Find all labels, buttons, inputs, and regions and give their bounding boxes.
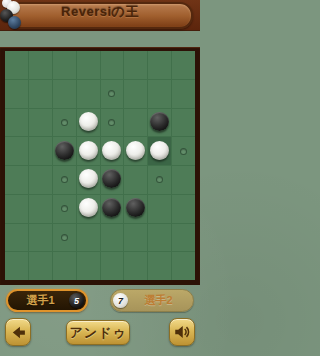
board-cell-a1[interactable]	[5, 51, 28, 79]
board-cell-a3[interactable]	[5, 109, 28, 137]
board-grid	[5, 51, 195, 280]
board-cell-d8[interactable]	[77, 252, 100, 280]
black-disc-c4	[55, 141, 74, 160]
black-disc-g3	[150, 112, 169, 131]
board-cell-a5[interactable]	[5, 166, 28, 194]
white-disc-d5	[79, 169, 98, 188]
board-cell-c6[interactable]	[53, 195, 76, 223]
player2-score-pill: 選手2 7	[110, 289, 194, 312]
black-disc-f6	[126, 198, 145, 217]
board-cell-h3[interactable]	[172, 109, 195, 137]
legal-move-hint-c6[interactable]	[61, 205, 68, 212]
board-cell-f3[interactable]	[124, 109, 147, 137]
board-cell-h4[interactable]	[172, 137, 195, 165]
board-cell-a2[interactable]	[5, 80, 28, 108]
header-bar: Reversiの王	[0, 0, 200, 31]
player1-black-disc-score: 5	[69, 293, 84, 308]
undo-button[interactable]: アンドゥ	[66, 320, 130, 345]
back-arrow-icon	[10, 324, 27, 341]
board-cell-g1[interactable]	[148, 51, 171, 79]
board-cell-e1[interactable]	[101, 51, 124, 79]
board-cell-c2[interactable]	[53, 80, 76, 108]
board-cell-h5[interactable]	[172, 166, 195, 194]
board-cell-d3[interactable]	[77, 109, 100, 137]
board-cell-e6[interactable]	[101, 195, 124, 223]
board-cell-f2[interactable]	[124, 80, 147, 108]
board-cell-e8[interactable]	[101, 252, 124, 280]
board-cell-b7[interactable]	[29, 224, 52, 252]
board-cell-h6[interactable]	[172, 195, 195, 223]
board-cell-c4[interactable]	[53, 137, 76, 165]
board-cell-c3[interactable]	[53, 109, 76, 137]
board-cell-g4[interactable]	[148, 137, 171, 165]
legal-move-hint-e2[interactable]	[108, 90, 115, 97]
board-cell-e2[interactable]	[101, 80, 124, 108]
board-cell-d4[interactable]	[77, 137, 100, 165]
legal-move-hint-h4[interactable]	[180, 148, 187, 155]
white-disc-d4	[79, 141, 98, 160]
board-cell-b8[interactable]	[29, 252, 52, 280]
board-cell-d5[interactable]	[77, 166, 100, 194]
board-cell-b1[interactable]	[29, 51, 52, 79]
board-cell-d7[interactable]	[77, 224, 100, 252]
board-cell-a4[interactable]	[5, 137, 28, 165]
back-button[interactable]	[5, 318, 31, 346]
board-cell-c1[interactable]	[53, 51, 76, 79]
board-cell-a6[interactable]	[5, 195, 28, 223]
white-disc-d6	[79, 198, 98, 217]
legal-move-hint-g5[interactable]	[156, 176, 163, 183]
board-cell-h7[interactable]	[172, 224, 195, 252]
board-cell-e3[interactable]	[101, 109, 124, 137]
board-cell-g5[interactable]	[148, 166, 171, 194]
player1-score-pill: 選手1 5	[6, 289, 88, 312]
board-cell-e4[interactable]	[101, 137, 124, 165]
board-cell-d1[interactable]	[77, 51, 100, 79]
board-cell-d2[interactable]	[77, 80, 100, 108]
white-disc-f4	[126, 141, 145, 160]
board-cell-b3[interactable]	[29, 109, 52, 137]
board-cell-g2[interactable]	[148, 80, 171, 108]
legal-move-hint-e3[interactable]	[108, 119, 115, 126]
board-cell-f6[interactable]	[124, 195, 147, 223]
board-cell-h2[interactable]	[172, 80, 195, 108]
board-cell-g6[interactable]	[148, 195, 171, 223]
board-cell-f4[interactable]	[124, 137, 147, 165]
board-cell-c7[interactable]	[53, 224, 76, 252]
legal-move-hint-c7[interactable]	[61, 234, 68, 241]
board-cell-a8[interactable]	[5, 252, 28, 280]
reversi-board	[0, 47, 200, 285]
board-cell-b2[interactable]	[29, 80, 52, 108]
white-disc-e4	[102, 141, 121, 160]
board-cell-c8[interactable]	[53, 252, 76, 280]
board-cell-g8[interactable]	[148, 252, 171, 280]
board-cell-h8[interactable]	[172, 252, 195, 280]
board-cell-f8[interactable]	[124, 252, 147, 280]
board-cell-f1[interactable]	[124, 51, 147, 79]
speaker-icon	[173, 323, 191, 341]
sound-button[interactable]	[169, 318, 195, 346]
board-cell-b5[interactable]	[29, 166, 52, 194]
black-disc-e6	[102, 198, 121, 217]
app-title: Reversiの王	[0, 0, 200, 23]
board-cell-g3[interactable]	[148, 109, 171, 137]
legal-move-hint-c3[interactable]	[61, 119, 68, 126]
board-cell-g7[interactable]	[148, 224, 171, 252]
black-disc-e5	[102, 169, 121, 188]
board-cell-f5[interactable]	[124, 166, 147, 194]
board-cell-a7[interactable]	[5, 224, 28, 252]
white-disc-d3	[79, 112, 98, 131]
legal-move-hint-c5[interactable]	[61, 176, 68, 183]
board-cell-h1[interactable]	[172, 51, 195, 79]
board-cell-d6[interactable]	[77, 195, 100, 223]
board-cell-e7[interactable]	[101, 224, 124, 252]
board-cell-e5[interactable]	[101, 166, 124, 194]
logo-blue-disc-icon	[8, 16, 21, 29]
board-cell-c5[interactable]	[53, 166, 76, 194]
board-cell-f7[interactable]	[124, 224, 147, 252]
board-cell-b4[interactable]	[29, 137, 52, 165]
white-disc-g4	[150, 141, 169, 160]
player2-white-disc-score: 7	[113, 293, 128, 308]
board-cell-b6[interactable]	[29, 195, 52, 223]
